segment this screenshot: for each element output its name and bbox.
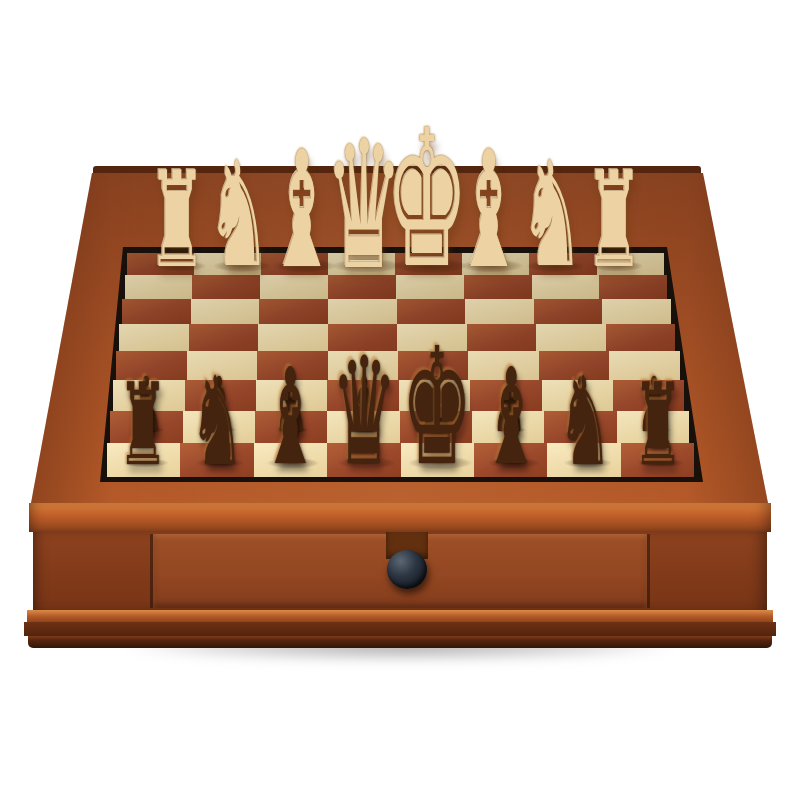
board-border-line <box>0 0 800 800</box>
box-front-rail <box>29 503 771 532</box>
chess-set-photo: ♜♞♝♛♚♝♞♜♟♟♟♟♟♟♟♟♜♞♝♛♚♝♞♜ <box>0 0 800 800</box>
drawer-knob-icon <box>387 550 427 589</box>
base-molding-top <box>27 610 773 622</box>
base-edge <box>28 636 772 648</box>
base-molding-recess <box>24 622 776 636</box>
